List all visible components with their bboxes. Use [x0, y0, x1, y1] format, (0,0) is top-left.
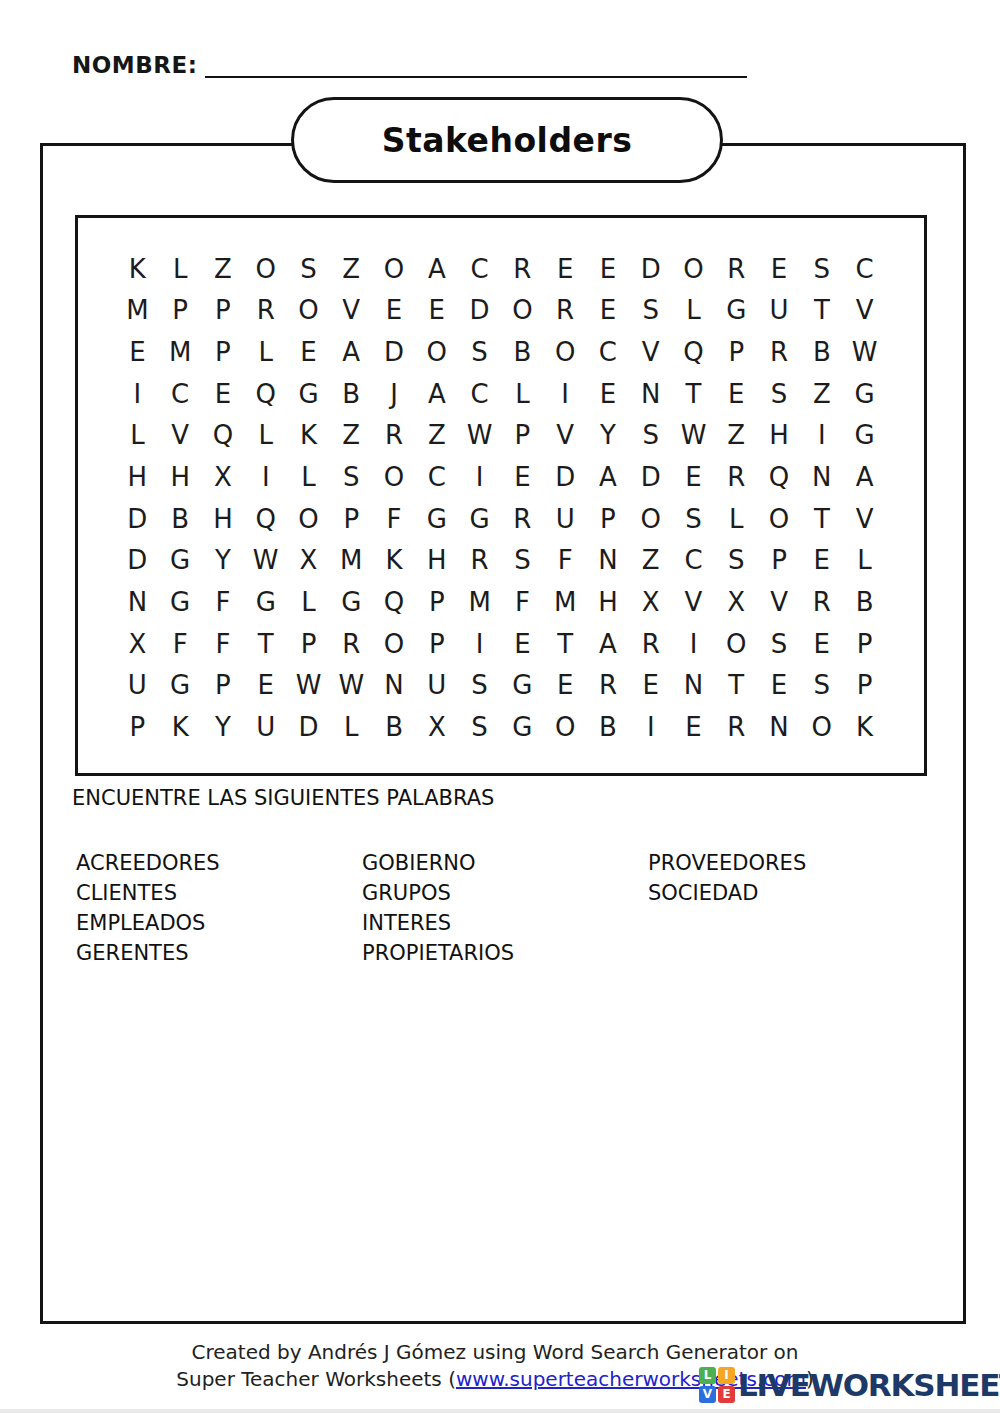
grid-cell-r4c13[interactable]: N — [629, 373, 672, 415]
grid-cell-r9c10[interactable]: F — [501, 581, 544, 623]
grid-cell-r11c16[interactable]: E — [758, 665, 801, 707]
credit-line-1: Created by Andrés J Gómez using Word Sea… — [0, 1339, 990, 1366]
grid-cell-r9c12[interactable]: H — [587, 581, 630, 623]
grid-cell-r5c17[interactable]: I — [800, 415, 843, 457]
grid-cell-r2c15[interactable]: G — [715, 290, 758, 332]
grid-cell-r5c4[interactable]: L — [244, 415, 287, 457]
grid-cell-r10c13[interactable]: R — [629, 623, 672, 665]
grid-cell-r8c7[interactable]: K — [373, 540, 416, 582]
instructions-text: ENCUENTRE LAS SIGUIENTES PALABRAS — [72, 786, 494, 810]
grid-cell-r3c9[interactable]: S — [458, 331, 501, 373]
e-square-icon: E — [718, 1386, 735, 1403]
grid-cell-r5c18[interactable]: G — [843, 415, 886, 457]
grid-cell-r1c15[interactable]: R — [715, 248, 758, 290]
grid-cell-r11c15[interactable]: T — [715, 665, 758, 707]
grid-cell-r11c10[interactable]: G — [501, 665, 544, 707]
grid-cell-r12c17[interactable]: O — [800, 706, 843, 748]
grid-cell-r1c9[interactable]: C — [458, 248, 501, 290]
grid-cell-r9c7[interactable]: Q — [373, 581, 416, 623]
grid-cell-r5c13[interactable]: S — [629, 415, 672, 457]
grid-cell-r3c15[interactable]: P — [715, 331, 758, 373]
grid-cell-r1c11[interactable]: E — [544, 248, 587, 290]
grid-cell-r10c15[interactable]: O — [715, 623, 758, 665]
grid-cell-r12c7[interactable]: B — [373, 706, 416, 748]
grid-cell-r4c4[interactable]: Q — [244, 373, 287, 415]
grid-cell-r5c7[interactable]: R — [373, 415, 416, 457]
grid-cell-r6c8[interactable]: C — [415, 456, 458, 498]
grid-cell-r3c10[interactable]: B — [501, 331, 544, 373]
grid-cell-r8c13[interactable]: Z — [629, 540, 672, 582]
grid-cell-r9c4[interactable]: G — [244, 581, 287, 623]
grid-cell-r11c12[interactable]: R — [587, 665, 630, 707]
grid-cell-r3c14[interactable]: Q — [672, 331, 715, 373]
grid-cell-r5c6[interactable]: Z — [330, 415, 373, 457]
grid-cell-r10c7[interactable]: O — [373, 623, 416, 665]
grid-cell-r1c4[interactable]: O — [244, 248, 287, 290]
grid-cell-r1c12[interactable]: E — [587, 248, 630, 290]
grid-cell-r9c11[interactable]: M — [544, 581, 587, 623]
grid-cell-r3c17[interactable]: B — [800, 331, 843, 373]
grid-cell-r8c2[interactable]: G — [159, 540, 202, 582]
grid-cell-r5c14[interactable]: W — [672, 415, 715, 457]
grid-cell-r7c6[interactable]: P — [330, 498, 373, 540]
grid-cell-r8c10[interactable]: S — [501, 540, 544, 582]
grid-cell-r8c5[interactable]: X — [287, 540, 330, 582]
grid-cell-r2c7[interactable]: E — [373, 290, 416, 332]
grid-cell-r1c1[interactable]: K — [116, 248, 159, 290]
grid-cell-r3c3[interactable]: P — [202, 331, 245, 373]
word-item: PROVEEDORES — [648, 848, 806, 878]
grid-cell-r6c4[interactable]: I — [244, 456, 287, 498]
grid-cell-r2c4[interactable]: R — [244, 290, 287, 332]
grid-cell-r8c18[interactable]: L — [843, 540, 886, 582]
grid-cell-r10c10[interactable]: E — [501, 623, 544, 665]
credit-line-2-prefix: Super Teacher Worksheets ( — [176, 1367, 456, 1391]
grid-cell-r3c4[interactable]: L — [244, 331, 287, 373]
grid-cell-r9c15[interactable]: X — [715, 581, 758, 623]
grid-cell-r11c5[interactable]: W — [287, 665, 330, 707]
grid-cell-r1c2[interactable]: L — [159, 248, 202, 290]
grid-cell-r7c12[interactable]: P — [587, 498, 630, 540]
grid-cell-r1c6[interactable]: Z — [330, 248, 373, 290]
grid-cell-r2c6[interactable]: V — [330, 290, 373, 332]
grid-cell-r10c6[interactable]: R — [330, 623, 373, 665]
word-item: GRUPOS — [362, 878, 514, 908]
grid-cell-r8c16[interactable]: P — [758, 540, 801, 582]
grid-cell-r12c13[interactable]: I — [629, 706, 672, 748]
grid-cell-r7c8[interactable]: G — [415, 498, 458, 540]
grid-cell-r6c6[interactable]: S — [330, 456, 373, 498]
page-bottom-edge — [0, 1409, 1000, 1413]
word-item: GERENTES — [76, 938, 220, 968]
name-input-line[interactable] — [205, 50, 747, 78]
grid-cell-r4c18[interactable]: G — [843, 373, 886, 415]
grid-cell-r2c16[interactable]: U — [758, 290, 801, 332]
grid-cell-r1c3[interactable]: Z — [202, 248, 245, 290]
v-square-icon: V — [699, 1386, 716, 1403]
grid-cell-r6c13[interactable]: D — [629, 456, 672, 498]
grid-cell-r6c5[interactable]: L — [287, 456, 330, 498]
grid-cell-r2c5[interactable]: O — [287, 290, 330, 332]
grid-cell-r8c8[interactable]: H — [415, 540, 458, 582]
grid-cell-r1c14[interactable]: O — [672, 248, 715, 290]
grid-cell-r5c5[interactable]: K — [287, 415, 330, 457]
liveworksheets-wordmark: LIVEWORKSHEETS — [738, 1367, 1000, 1403]
grid-cell-r5c9[interactable]: W — [458, 415, 501, 457]
grid-cell-r3c13[interactable]: V — [629, 331, 672, 373]
grid-cell-r1c5[interactable]: S — [287, 248, 330, 290]
word-column-1: ACREEDORESCLIENTESEMPLEADOSGERENTES — [76, 848, 220, 968]
grid-cell-r7c5[interactable]: O — [287, 498, 330, 540]
grid-cell-r7c17[interactable]: T — [800, 498, 843, 540]
grid-cell-r10c14[interactable]: I — [672, 623, 715, 665]
grid-cell-r10c4[interactable]: T — [244, 623, 287, 665]
grid-cell-r11c13[interactable]: E — [629, 665, 672, 707]
grid-cell-r2c11[interactable]: R — [544, 290, 587, 332]
grid-cell-r12c14[interactable]: E — [672, 706, 715, 748]
grid-cell-r7c18[interactable]: V — [843, 498, 886, 540]
grid-cell-r3c6[interactable]: A — [330, 331, 373, 373]
word-item: PROPIETARIOS — [362, 938, 514, 968]
grid-cell-r6c1[interactable]: H — [116, 456, 159, 498]
grid-cell-r5c10[interactable]: P — [501, 415, 544, 457]
grid-cell-r9c1[interactable]: N — [116, 581, 159, 623]
grid-cell-r7c11[interactable]: U — [544, 498, 587, 540]
grid-cell-r9c2[interactable]: G — [159, 581, 202, 623]
grid-cell-r3c7[interactable]: D — [373, 331, 416, 373]
grid-cell-r12c12[interactable]: B — [587, 706, 630, 748]
grid-cell-r4c7[interactable]: J — [373, 373, 416, 415]
grid-cell-r2c18[interactable]: V — [843, 290, 886, 332]
grid-cell-r7c2[interactable]: B — [159, 498, 202, 540]
grid-cell-r12c16[interactable]: N — [758, 706, 801, 748]
grid-cell-r7c10[interactable]: R — [501, 498, 544, 540]
grid-cell-r10c12[interactable]: A — [587, 623, 630, 665]
grid-cell-r7c15[interactable]: L — [715, 498, 758, 540]
grid-cell-r12c6[interactable]: L — [330, 706, 373, 748]
grid-cell-r4c6[interactable]: B — [330, 373, 373, 415]
grid-cell-r5c1[interactable]: L — [116, 415, 159, 457]
grid-cell-r5c11[interactable]: V — [544, 415, 587, 457]
grid-cell-r5c12[interactable]: Y — [587, 415, 630, 457]
grid-cell-r3c8[interactable]: O — [415, 331, 458, 373]
grid-cell-r10c18[interactable]: P — [843, 623, 886, 665]
grid-cell-r8c14[interactable]: C — [672, 540, 715, 582]
grid-cell-r1c17[interactable]: S — [800, 248, 843, 290]
grid-cell-r10c9[interactable]: I — [458, 623, 501, 665]
grid-cell-r11c3[interactable]: P — [202, 665, 245, 707]
grid-cell-r12c11[interactable]: O — [544, 706, 587, 748]
grid-cell-r9c16[interactable]: V — [758, 581, 801, 623]
grid-cell-r6c14[interactable]: E — [672, 456, 715, 498]
grid-cell-r3c12[interactable]: C — [587, 331, 630, 373]
l-square-icon: L — [699, 1367, 716, 1384]
grid-cell-r11c7[interactable]: N — [373, 665, 416, 707]
grid-cell-r12c2[interactable]: K — [159, 706, 202, 748]
grid-cell-r11c8[interactable]: U — [415, 665, 458, 707]
grid-cell-r4c8[interactable]: A — [415, 373, 458, 415]
grid-cell-r7c3[interactable]: H — [202, 498, 245, 540]
grid-cell-r12c8[interactable]: X — [415, 706, 458, 748]
grid-cell-r2c10[interactable]: O — [501, 290, 544, 332]
grid-cell-r1c10[interactable]: R — [501, 248, 544, 290]
grid-cell-r10c11[interactable]: T — [544, 623, 587, 665]
grid-cell-r2c8[interactable]: E — [415, 290, 458, 332]
grid-cell-r4c5[interactable]: G — [287, 373, 330, 415]
grid-cell-r2c14[interactable]: L — [672, 290, 715, 332]
puzzle-title: Stakeholders — [382, 121, 633, 160]
grid-cell-r3c11[interactable]: O — [544, 331, 587, 373]
grid-cell-r12c3[interactable]: Y — [202, 706, 245, 748]
grid-cell-r10c3[interactable]: F — [202, 623, 245, 665]
liveworksheets-logo: LIVE LIVEWORKSHEETS — [699, 1367, 1000, 1403]
grid-cell-r8c12[interactable]: N — [587, 540, 630, 582]
grid-cell-r6c10[interactable]: E — [501, 456, 544, 498]
grid-cell-r5c8[interactable]: Z — [415, 415, 458, 457]
word-column-2: GOBIERNOGRUPOSINTERESPROPIETARIOS — [362, 848, 514, 968]
grid-cell-r12c9[interactable]: S — [458, 706, 501, 748]
grid-cell-r1c8[interactable]: A — [415, 248, 458, 290]
grid-cell-r3c5[interactable]: E — [287, 331, 330, 373]
i-square-icon: I — [718, 1367, 735, 1384]
grid-cell-r8c4[interactable]: W — [244, 540, 287, 582]
grid-cell-r7c9[interactable]: G — [458, 498, 501, 540]
grid-cell-r7c13[interactable]: O — [629, 498, 672, 540]
word-item: INTERES — [362, 908, 514, 938]
grid-cell-r4c17[interactable]: Z — [800, 373, 843, 415]
grid-cell-r8c9[interactable]: R — [458, 540, 501, 582]
grid-cell-r6c2[interactable]: H — [159, 456, 202, 498]
word-item: SOCIEDAD — [648, 878, 806, 908]
word-item: ACREEDORES — [76, 848, 220, 878]
grid-cell-r10c16[interactable]: S — [758, 623, 801, 665]
grid-cell-r7c7[interactable]: F — [373, 498, 416, 540]
grid-cell-r2c13[interactable]: S — [629, 290, 672, 332]
grid-cell-r3c2[interactable]: M — [159, 331, 202, 373]
grid-cell-r8c15[interactable]: S — [715, 540, 758, 582]
grid-cell-r4c1[interactable]: I — [116, 373, 159, 415]
grid-cell-r11c6[interactable]: W — [330, 665, 373, 707]
grid-cell-r8c6[interactable]: M — [330, 540, 373, 582]
grid-cell-r6c16[interactable]: Q — [758, 456, 801, 498]
grid-cell-r2c3[interactable]: P — [202, 290, 245, 332]
grid-cell-r11c9[interactable]: S — [458, 665, 501, 707]
grid-cell-r11c18[interactable]: P — [843, 665, 886, 707]
grid-cell-r5c3[interactable]: Q — [202, 415, 245, 457]
grid-cell-r4c10[interactable]: L — [501, 373, 544, 415]
grid-cell-r12c4[interactable]: U — [244, 706, 287, 748]
grid-cell-r3c1[interactable]: E — [116, 331, 159, 373]
grid-cell-r6c18[interactable]: A — [843, 456, 886, 498]
grid-cell-r4c16[interactable]: S — [758, 373, 801, 415]
grid-cell-r9c8[interactable]: P — [415, 581, 458, 623]
grid-cell-r7c1[interactable]: D — [116, 498, 159, 540]
word-item: GOBIERNO — [362, 848, 514, 878]
grid-cell-r1c18[interactable]: C — [843, 248, 886, 290]
grid-cell-r7c4[interactable]: Q — [244, 498, 287, 540]
grid-cell-r11c2[interactable]: G — [159, 665, 202, 707]
grid-cell-r9c17[interactable]: R — [800, 581, 843, 623]
grid-cell-r1c16[interactable]: E — [758, 248, 801, 290]
name-label: NOMBRE: — [72, 52, 197, 78]
grid-cell-r2c2[interactable]: P — [159, 290, 202, 332]
grid-cell-r12c1[interactable]: P — [116, 706, 159, 748]
grid-cell-r8c17[interactable]: E — [800, 540, 843, 582]
grid-cell-r5c15[interactable]: Z — [715, 415, 758, 457]
grid-cell-r6c9[interactable]: I — [458, 456, 501, 498]
grid-cell-r9c13[interactable]: X — [629, 581, 672, 623]
title-pill: Stakeholders — [291, 97, 723, 183]
grid-cell-r2c9[interactable]: D — [458, 290, 501, 332]
grid-cell-r8c3[interactable]: Y — [202, 540, 245, 582]
grid-cell-r3c16[interactable]: R — [758, 331, 801, 373]
grid-cell-r12c5[interactable]: D — [287, 706, 330, 748]
grid-cell-r6c7[interactable]: O — [373, 456, 416, 498]
grid-cell-r9c5[interactable]: L — [287, 581, 330, 623]
grid-cell-r9c18[interactable]: B — [843, 581, 886, 623]
grid-cell-r1c7[interactable]: O — [373, 248, 416, 290]
name-field-row: NOMBRE: — [72, 50, 747, 78]
grid-cell-r9c9[interactable]: M — [458, 581, 501, 623]
grid-cell-r2c17[interactable]: T — [800, 290, 843, 332]
grid-cell-r4c12[interactable]: E — [587, 373, 630, 415]
liveworksheets-logo-squares: LIVE — [699, 1367, 735, 1403]
grid-cell-r10c2[interactable]: F — [159, 623, 202, 665]
grid-cell-r6c11[interactable]: D — [544, 456, 587, 498]
grid-cell-r3c18[interactable]: W — [843, 331, 886, 373]
grid-cell-r4c3[interactable]: E — [202, 373, 245, 415]
word-search-grid: KLZOSZOACREEDORESCMPPROVEEDORESLGUTVEMPL… — [75, 215, 927, 776]
grid-cell-r9c6[interactable]: G — [330, 581, 373, 623]
grid-cell-r11c14[interactable]: N — [672, 665, 715, 707]
grid-cell-r7c14[interactable]: S — [672, 498, 715, 540]
grid-cell-r6c15[interactable]: R — [715, 456, 758, 498]
grid-cell-r8c11[interactable]: F — [544, 540, 587, 582]
grid-cell-r10c1[interactable]: X — [116, 623, 159, 665]
grid-cell-r2c1[interactable]: M — [116, 290, 159, 332]
grid-cell-r7c16[interactable]: O — [758, 498, 801, 540]
grid-cell-r10c5[interactable]: P — [287, 623, 330, 665]
word-column-3: PROVEEDORESSOCIEDAD — [648, 848, 806, 908]
grid-cell-r1c13[interactable]: D — [629, 248, 672, 290]
word-item: CLIENTES — [76, 878, 220, 908]
grid-cell-r4c11[interactable]: I — [544, 373, 587, 415]
grid-cell-r10c8[interactable]: P — [415, 623, 458, 665]
grid-cell-r11c4[interactable]: E — [244, 665, 287, 707]
grid-cell-r11c17[interactable]: S — [800, 665, 843, 707]
grid-cell-r4c14[interactable]: T — [672, 373, 715, 415]
grid-cell-r4c15[interactable]: E — [715, 373, 758, 415]
grid-cell-r6c12[interactable]: A — [587, 456, 630, 498]
grid-cell-r12c18[interactable]: K — [843, 706, 886, 748]
word-item: EMPLEADOS — [76, 908, 220, 938]
grid-cell-r10c17[interactable]: E — [800, 623, 843, 665]
grid-cell-r5c16[interactable]: H — [758, 415, 801, 457]
grid-cell-r11c11[interactable]: E — [544, 665, 587, 707]
grid-cell-r6c17[interactable]: N — [800, 456, 843, 498]
grid-cell-r9c14[interactable]: V — [672, 581, 715, 623]
grid-cell-r2c12[interactable]: E — [587, 290, 630, 332]
grid-cell-r9c3[interactable]: F — [202, 581, 245, 623]
grid-cell-r4c9[interactable]: C — [458, 373, 501, 415]
grid-cell-r6c3[interactable]: X — [202, 456, 245, 498]
grid-cell-r12c15[interactable]: R — [715, 706, 758, 748]
grid-cell-r12c10[interactable]: G — [501, 706, 544, 748]
grid-cell-r4c2[interactable]: C — [159, 373, 202, 415]
grid-cell-r11c1[interactable]: U — [116, 665, 159, 707]
grid-cell-r8c1[interactable]: D — [116, 540, 159, 582]
grid-cell-r5c2[interactable]: V — [159, 415, 202, 457]
